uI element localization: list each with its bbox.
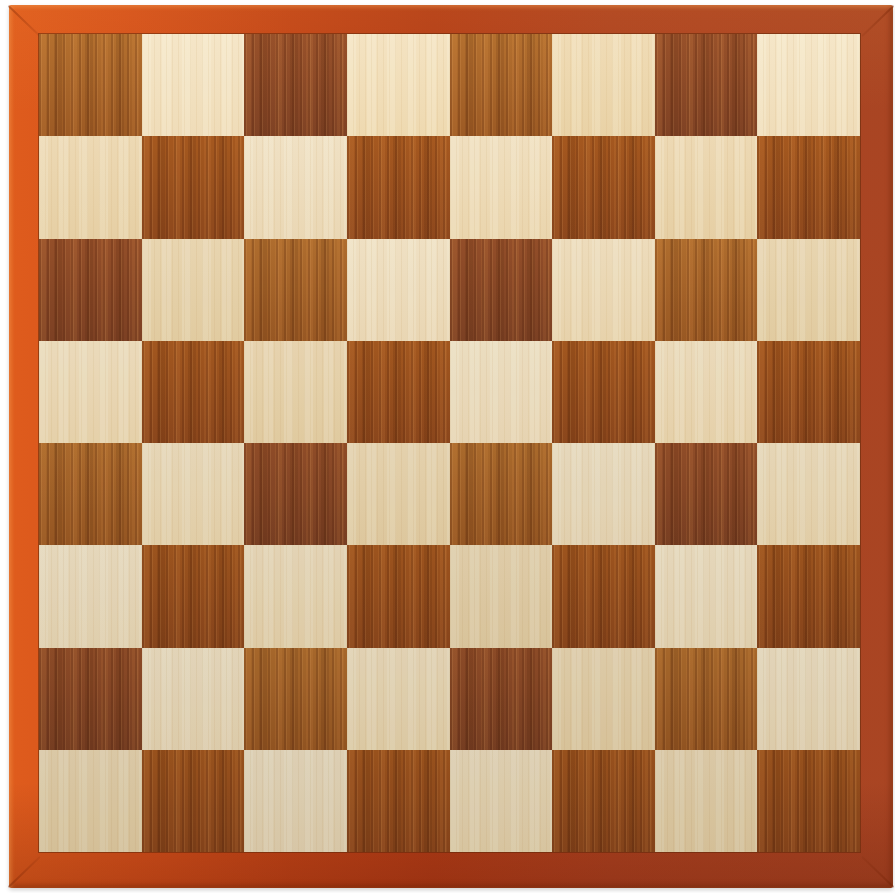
square-r4c3[interactable]	[244, 341, 347, 443]
square-r2c8[interactable]	[757, 136, 860, 238]
chessboard	[39, 34, 860, 852]
square-r6c6[interactable]	[552, 545, 655, 647]
square-r5c2[interactable]	[142, 443, 245, 545]
square-r4c5[interactable]	[450, 341, 553, 443]
square-r2c7[interactable]	[655, 136, 758, 238]
square-r7c3[interactable]	[244, 648, 347, 750]
square-r7c2[interactable]	[142, 648, 245, 750]
square-r6c8[interactable]	[757, 545, 860, 647]
square-r4c6[interactable]	[552, 341, 655, 443]
square-r3c7[interactable]	[655, 239, 758, 341]
square-r1c6[interactable]	[552, 34, 655, 136]
square-r8c3[interactable]	[244, 750, 347, 852]
square-r3c4[interactable]	[347, 239, 450, 341]
square-r1c7[interactable]	[655, 34, 758, 136]
square-r8c1[interactable]	[39, 750, 142, 852]
square-r2c1[interactable]	[39, 136, 142, 238]
square-r5c8[interactable]	[757, 443, 860, 545]
square-r5c7[interactable]	[655, 443, 758, 545]
square-r6c5[interactable]	[450, 545, 553, 647]
square-r2c6[interactable]	[552, 136, 655, 238]
square-r1c5[interactable]	[450, 34, 553, 136]
chessboard-outer	[9, 5, 893, 888]
square-r5c3[interactable]	[244, 443, 347, 545]
square-r6c1[interactable]	[39, 545, 142, 647]
square-r5c5[interactable]	[450, 443, 553, 545]
square-r7c8[interactable]	[757, 648, 860, 750]
square-r5c1[interactable]	[39, 443, 142, 545]
square-r8c6[interactable]	[552, 750, 655, 852]
square-r4c4[interactable]	[347, 341, 450, 443]
square-r4c8[interactable]	[757, 341, 860, 443]
square-r3c3[interactable]	[244, 239, 347, 341]
square-r6c3[interactable]	[244, 545, 347, 647]
square-r2c5[interactable]	[450, 136, 553, 238]
square-r2c4[interactable]	[347, 136, 450, 238]
square-r7c5[interactable]	[450, 648, 553, 750]
square-r4c2[interactable]	[142, 341, 245, 443]
square-r2c3[interactable]	[244, 136, 347, 238]
square-r3c5[interactable]	[450, 239, 553, 341]
square-r1c8[interactable]	[757, 34, 860, 136]
square-r2c2[interactable]	[142, 136, 245, 238]
square-r8c4[interactable]	[347, 750, 450, 852]
square-r7c1[interactable]	[39, 648, 142, 750]
square-r3c1[interactable]	[39, 239, 142, 341]
square-r1c1[interactable]	[39, 34, 142, 136]
square-r1c2[interactable]	[142, 34, 245, 136]
square-r6c7[interactable]	[655, 545, 758, 647]
square-r3c6[interactable]	[552, 239, 655, 341]
square-r7c4[interactable]	[347, 648, 450, 750]
square-r8c5[interactable]	[450, 750, 553, 852]
square-r1c4[interactable]	[347, 34, 450, 136]
square-r4c1[interactable]	[39, 341, 142, 443]
square-r7c6[interactable]	[552, 648, 655, 750]
square-r3c8[interactable]	[757, 239, 860, 341]
square-r5c4[interactable]	[347, 443, 450, 545]
square-r5c6[interactable]	[552, 443, 655, 545]
square-r8c2[interactable]	[142, 750, 245, 852]
square-r1c3[interactable]	[244, 34, 347, 136]
board-photo	[0, 0, 895, 893]
square-r6c2[interactable]	[142, 545, 245, 647]
square-r8c7[interactable]	[655, 750, 758, 852]
square-r8c8[interactable]	[757, 750, 860, 852]
square-r7c7[interactable]	[655, 648, 758, 750]
square-r6c4[interactable]	[347, 545, 450, 647]
square-r4c7[interactable]	[655, 341, 758, 443]
square-r3c2[interactable]	[142, 239, 245, 341]
